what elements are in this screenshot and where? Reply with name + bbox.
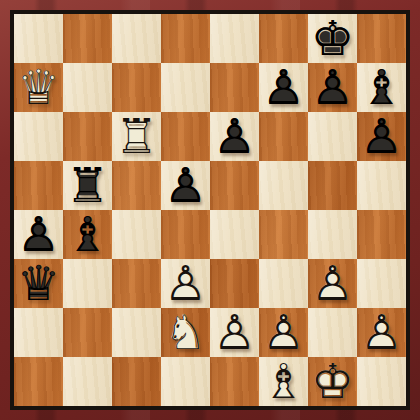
square-b3[interactable] — [63, 259, 112, 308]
square-g5[interactable] — [308, 161, 357, 210]
chess-board: ♚♛♟♟♝♜♟♟♜♟♟♝♛♟♟♞♟♟♟♝♚ — [10, 10, 410, 410]
square-g1[interactable]: ♚ — [308, 357, 357, 406]
square-d2[interactable]: ♞ — [161, 308, 210, 357]
square-d1[interactable] — [161, 357, 210, 406]
square-c2[interactable] — [112, 308, 161, 357]
square-d5[interactable]: ♟ — [161, 161, 210, 210]
piece-black-queen-a3[interactable]: ♛ — [17, 259, 60, 308]
piece-black-rook-b5[interactable]: ♜ — [66, 161, 109, 210]
square-d3[interactable]: ♟ — [161, 259, 210, 308]
piece-black-pawn-f7[interactable]: ♟ — [262, 63, 305, 112]
board-frame: ♚♛♟♟♝♜♟♟♜♟♟♝♛♟♟♞♟♟♟♝♚ — [0, 0, 420, 420]
square-b7[interactable] — [63, 63, 112, 112]
square-a7[interactable]: ♛ — [14, 63, 63, 112]
square-e1[interactable] — [210, 357, 259, 406]
square-g8[interactable]: ♚ — [308, 14, 357, 63]
piece-white-bishop-f1[interactable]: ♝ — [262, 357, 305, 406]
square-c5[interactable] — [112, 161, 161, 210]
square-b5[interactable]: ♜ — [63, 161, 112, 210]
square-e2[interactable]: ♟ — [210, 308, 259, 357]
piece-white-queen-a7[interactable]: ♛ — [17, 63, 60, 112]
square-a8[interactable] — [14, 14, 63, 63]
square-a3[interactable]: ♛ — [14, 259, 63, 308]
square-h7[interactable]: ♝ — [357, 63, 406, 112]
square-f7[interactable]: ♟ — [259, 63, 308, 112]
piece-black-king-g8[interactable]: ♚ — [311, 14, 354, 63]
square-c1[interactable] — [112, 357, 161, 406]
square-g2[interactable] — [308, 308, 357, 357]
square-a4[interactable]: ♟ — [14, 210, 63, 259]
piece-white-pawn-f2[interactable]: ♟ — [262, 308, 305, 357]
square-g7[interactable]: ♟ — [308, 63, 357, 112]
square-f8[interactable] — [259, 14, 308, 63]
square-b4[interactable]: ♝ — [63, 210, 112, 259]
square-h4[interactable] — [357, 210, 406, 259]
piece-white-king-g1[interactable]: ♚ — [311, 357, 354, 406]
square-d6[interactable] — [161, 112, 210, 161]
piece-white-rook-c6[interactable]: ♜ — [115, 112, 158, 161]
square-d4[interactable] — [161, 210, 210, 259]
square-e8[interactable] — [210, 14, 259, 63]
square-h3[interactable] — [357, 259, 406, 308]
square-b1[interactable] — [63, 357, 112, 406]
square-f2[interactable]: ♟ — [259, 308, 308, 357]
square-b8[interactable] — [63, 14, 112, 63]
piece-black-bishop-b4[interactable]: ♝ — [66, 210, 109, 259]
square-f5[interactable] — [259, 161, 308, 210]
piece-black-pawn-h6[interactable]: ♟ — [360, 112, 403, 161]
square-d7[interactable] — [161, 63, 210, 112]
square-a2[interactable] — [14, 308, 63, 357]
piece-white-pawn-h2[interactable]: ♟ — [360, 308, 403, 357]
square-h6[interactable]: ♟ — [357, 112, 406, 161]
square-d8[interactable] — [161, 14, 210, 63]
square-f4[interactable] — [259, 210, 308, 259]
square-e6[interactable]: ♟ — [210, 112, 259, 161]
square-g6[interactable] — [308, 112, 357, 161]
square-c6[interactable]: ♜ — [112, 112, 161, 161]
square-h8[interactable] — [357, 14, 406, 63]
piece-white-pawn-g3[interactable]: ♟ — [311, 259, 354, 308]
square-a5[interactable] — [14, 161, 63, 210]
square-e4[interactable] — [210, 210, 259, 259]
piece-white-pawn-d3[interactable]: ♟ — [164, 259, 207, 308]
piece-white-knight-d2[interactable]: ♞ — [164, 308, 207, 357]
square-c3[interactable] — [112, 259, 161, 308]
piece-black-bishop-h7[interactable]: ♝ — [360, 63, 403, 112]
square-e7[interactable] — [210, 63, 259, 112]
square-h2[interactable]: ♟ — [357, 308, 406, 357]
square-a6[interactable] — [14, 112, 63, 161]
square-c4[interactable] — [112, 210, 161, 259]
square-c7[interactable] — [112, 63, 161, 112]
square-h1[interactable] — [357, 357, 406, 406]
square-b2[interactable] — [63, 308, 112, 357]
piece-black-pawn-a4[interactable]: ♟ — [17, 210, 60, 259]
square-f3[interactable] — [259, 259, 308, 308]
square-g4[interactable] — [308, 210, 357, 259]
square-f1[interactable]: ♝ — [259, 357, 308, 406]
piece-black-pawn-d5[interactable]: ♟ — [164, 161, 207, 210]
square-a1[interactable] — [14, 357, 63, 406]
square-b6[interactable] — [63, 112, 112, 161]
square-c8[interactable] — [112, 14, 161, 63]
piece-black-pawn-e6[interactable]: ♟ — [213, 112, 256, 161]
square-e3[interactable] — [210, 259, 259, 308]
square-f6[interactable] — [259, 112, 308, 161]
piece-white-pawn-e2[interactable]: ♟ — [213, 308, 256, 357]
square-g3[interactable]: ♟ — [308, 259, 357, 308]
square-e5[interactable] — [210, 161, 259, 210]
piece-black-pawn-g7[interactable]: ♟ — [311, 63, 354, 112]
square-h5[interactable] — [357, 161, 406, 210]
